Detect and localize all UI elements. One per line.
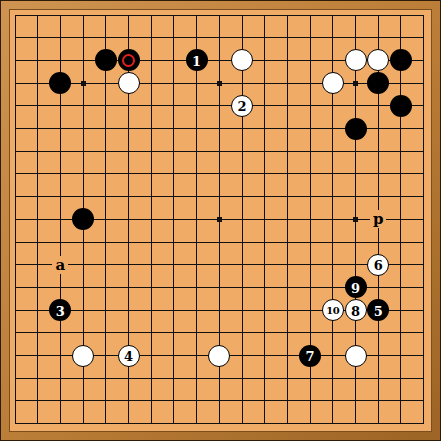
- move-number: 7: [306, 350, 315, 363]
- grid-line-vertical: [287, 15, 288, 425]
- black-stone: [49, 72, 71, 94]
- grid-line-horizontal: [15, 332, 425, 333]
- grid-line-vertical: [423, 15, 424, 425]
- white-stone-move-2: 2: [231, 95, 253, 117]
- move-number: 2: [237, 100, 246, 113]
- move-number: 1: [192, 54, 201, 67]
- white-stone-move-4: 4: [118, 345, 140, 367]
- star-point: [353, 217, 358, 222]
- go-board: 13957261084ap: [9, 9, 432, 432]
- grid-line-horizontal: [15, 264, 425, 265]
- black-stone: [72, 208, 94, 230]
- grid-line-vertical: [264, 15, 265, 425]
- grid-line-horizontal: [15, 400, 425, 401]
- red-circle-marker: [122, 54, 135, 67]
- black-stone-move-1: 1: [186, 49, 208, 71]
- star-point: [217, 81, 222, 86]
- move-number: 9: [351, 281, 360, 294]
- white-stone: [118, 72, 140, 94]
- black-stone-move-3: 3: [49, 299, 71, 321]
- grid-line-vertical: [242, 15, 243, 425]
- white-stone-move-8: 8: [345, 299, 367, 321]
- black-stone: [345, 118, 367, 140]
- move-number: 4: [124, 350, 133, 363]
- white-stone: [322, 72, 344, 94]
- black-stone: [367, 72, 389, 94]
- grid-line-horizontal: [15, 423, 425, 424]
- star-point: [217, 217, 222, 222]
- go-diagram: 13957261084ap: [0, 0, 441, 441]
- grid-line-vertical: [400, 15, 401, 425]
- white-stone: [72, 345, 94, 367]
- white-stone: [345, 49, 367, 71]
- star-point: [353, 81, 358, 86]
- white-stone: [208, 345, 230, 367]
- move-number: 8: [351, 304, 360, 317]
- grid-line-horizontal: [15, 242, 425, 243]
- black-stone-move-5: 5: [367, 299, 389, 321]
- black-stone-move-9: 9: [345, 276, 367, 298]
- star-point: [81, 81, 86, 86]
- white-stone: [231, 49, 253, 71]
- board-label-p: p: [370, 210, 386, 228]
- black-stone: [95, 49, 117, 71]
- black-stone-move-7: 7: [299, 345, 321, 367]
- move-number: 10: [326, 306, 339, 316]
- black-stone: [390, 49, 412, 71]
- grid-line-horizontal: [15, 378, 425, 379]
- move-number: 6: [374, 259, 383, 272]
- white-stone-move-6: 6: [367, 254, 389, 276]
- marked-black-stone: [118, 49, 140, 71]
- move-number: 5: [374, 304, 383, 317]
- move-number: 3: [56, 304, 65, 317]
- white-stone: [367, 49, 389, 71]
- white-stone-move-10: 10: [322, 299, 344, 321]
- board-label-a: a: [52, 256, 68, 274]
- black-stone: [390, 95, 412, 117]
- white-stone: [345, 345, 367, 367]
